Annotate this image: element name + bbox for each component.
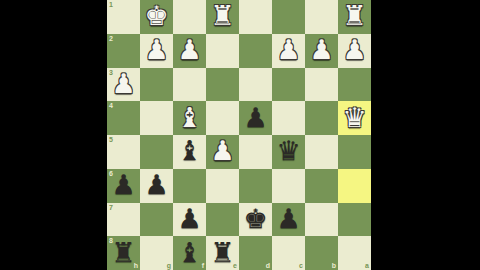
square-e7[interactable] <box>206 203 239 237</box>
square-c1[interactable] <box>272 0 305 34</box>
piece-black-rook[interactable]: ♜ <box>111 239 135 266</box>
square-c2[interactable]: ♟ <box>272 34 305 68</box>
file-label-g: g <box>167 262 171 269</box>
square-a1[interactable]: ♜ <box>338 0 371 34</box>
square-g4[interactable] <box>140 101 173 135</box>
square-f6[interactable] <box>173 169 206 203</box>
file-label-a: a <box>365 262 369 269</box>
square-h7[interactable]: 7 <box>107 203 140 237</box>
square-a2[interactable]: ♟ <box>338 34 371 68</box>
piece-white-pawn[interactable]: ♟ <box>276 36 300 63</box>
square-h6[interactable]: 6♟ <box>107 169 140 203</box>
square-c5[interactable]: ♛ <box>272 135 305 169</box>
piece-black-bishop[interactable]: ♝ <box>177 239 201 266</box>
square-f5[interactable]: ♝ <box>173 135 206 169</box>
square-a6[interactable] <box>338 169 371 203</box>
file-label-f: f <box>202 262 204 269</box>
square-a3[interactable] <box>338 68 371 102</box>
square-g7[interactable] <box>140 203 173 237</box>
square-b1[interactable] <box>305 0 338 34</box>
square-g8[interactable]: g <box>140 236 173 270</box>
piece-white-rook[interactable]: ♜ <box>210 2 234 29</box>
piece-white-queen[interactable]: ♛ <box>342 104 366 131</box>
file-label-d: d <box>266 262 270 269</box>
piece-black-pawn[interactable]: ♟ <box>144 171 168 198</box>
square-g5[interactable] <box>140 135 173 169</box>
square-h3[interactable]: 3♟ <box>107 68 140 102</box>
piece-white-pawn[interactable]: ♟ <box>111 70 135 97</box>
square-f1[interactable] <box>173 0 206 34</box>
square-g6[interactable]: ♟ <box>140 169 173 203</box>
square-g3[interactable] <box>140 68 173 102</box>
app-window: 1♚♜♜2♟♟♟♟♟3♟4♝♟♛5♝♟♛6♟♟7♟♚♟8h♜gf♝e♜dcba <box>0 0 480 270</box>
square-a8[interactable]: a <box>338 236 371 270</box>
piece-white-bishop[interactable]: ♝ <box>177 104 201 131</box>
rank-label-7: 7 <box>109 204 113 211</box>
square-b6[interactable] <box>305 169 338 203</box>
square-a5[interactable] <box>338 135 371 169</box>
piece-black-king[interactable]: ♚ <box>243 205 267 232</box>
chess-board: 1♚♜♜2♟♟♟♟♟3♟4♝♟♛5♝♟♛6♟♟7♟♚♟8h♜gf♝e♜dcba <box>107 0 371 270</box>
rank-label-2: 2 <box>109 35 113 42</box>
letterbox-left <box>0 0 107 270</box>
square-g1[interactable]: ♚ <box>140 0 173 34</box>
square-d4[interactable]: ♟ <box>239 101 272 135</box>
square-b2[interactable]: ♟ <box>305 34 338 68</box>
square-a4[interactable]: ♛ <box>338 101 371 135</box>
square-h8[interactable]: 8h♜ <box>107 236 140 270</box>
square-h5[interactable]: 5 <box>107 135 140 169</box>
square-d5[interactable] <box>239 135 272 169</box>
file-label-c: c <box>299 262 303 269</box>
square-b7[interactable] <box>305 203 338 237</box>
square-a7[interactable] <box>338 203 371 237</box>
square-b5[interactable] <box>305 135 338 169</box>
square-h4[interactable]: 4 <box>107 101 140 135</box>
piece-white-pawn[interactable]: ♟ <box>144 36 168 63</box>
piece-black-bishop[interactable]: ♝ <box>177 137 201 164</box>
square-c4[interactable] <box>272 101 305 135</box>
square-e8[interactable]: e♜ <box>206 236 239 270</box>
rank-label-1: 1 <box>109 1 113 8</box>
square-f4[interactable]: ♝ <box>173 101 206 135</box>
piece-black-pawn[interactable]: ♟ <box>243 104 267 131</box>
square-d3[interactable] <box>239 68 272 102</box>
square-b3[interactable] <box>305 68 338 102</box>
piece-white-pawn[interactable]: ♟ <box>309 36 333 63</box>
square-e6[interactable] <box>206 169 239 203</box>
square-b4[interactable] <box>305 101 338 135</box>
square-e3[interactable] <box>206 68 239 102</box>
square-c7[interactable]: ♟ <box>272 203 305 237</box>
square-d1[interactable] <box>239 0 272 34</box>
piece-black-rook[interactable]: ♜ <box>210 239 234 266</box>
piece-black-pawn[interactable]: ♟ <box>177 205 201 232</box>
piece-white-king[interactable]: ♚ <box>144 2 168 29</box>
square-b8[interactable]: b <box>305 236 338 270</box>
letterbox-right <box>371 0 480 270</box>
square-e5[interactable]: ♟ <box>206 135 239 169</box>
square-h1[interactable]: 1 <box>107 0 140 34</box>
square-c6[interactable] <box>272 169 305 203</box>
piece-white-rook[interactable]: ♜ <box>342 2 366 29</box>
square-c8[interactable]: c <box>272 236 305 270</box>
square-d2[interactable] <box>239 34 272 68</box>
piece-white-pawn[interactable]: ♟ <box>177 36 201 63</box>
square-f8[interactable]: f♝ <box>173 236 206 270</box>
square-f3[interactable] <box>173 68 206 102</box>
square-d7[interactable]: ♚ <box>239 203 272 237</box>
square-g2[interactable]: ♟ <box>140 34 173 68</box>
square-f2[interactable]: ♟ <box>173 34 206 68</box>
file-label-b: b <box>332 262 336 269</box>
square-h2[interactable]: 2 <box>107 34 140 68</box>
rank-label-5: 5 <box>109 136 113 143</box>
square-d6[interactable] <box>239 169 272 203</box>
rank-label-4: 4 <box>109 102 113 109</box>
square-f7[interactable]: ♟ <box>173 203 206 237</box>
square-e4[interactable] <box>206 101 239 135</box>
piece-white-pawn[interactable]: ♟ <box>210 137 234 164</box>
square-e2[interactable] <box>206 34 239 68</box>
square-c3[interactable] <box>272 68 305 102</box>
piece-black-pawn[interactable]: ♟ <box>111 171 135 198</box>
piece-black-queen[interactable]: ♛ <box>276 137 300 164</box>
piece-black-pawn[interactable]: ♟ <box>276 205 300 232</box>
piece-white-pawn[interactable]: ♟ <box>342 36 366 63</box>
square-d8[interactable]: d <box>239 236 272 270</box>
square-e1[interactable]: ♜ <box>206 0 239 34</box>
